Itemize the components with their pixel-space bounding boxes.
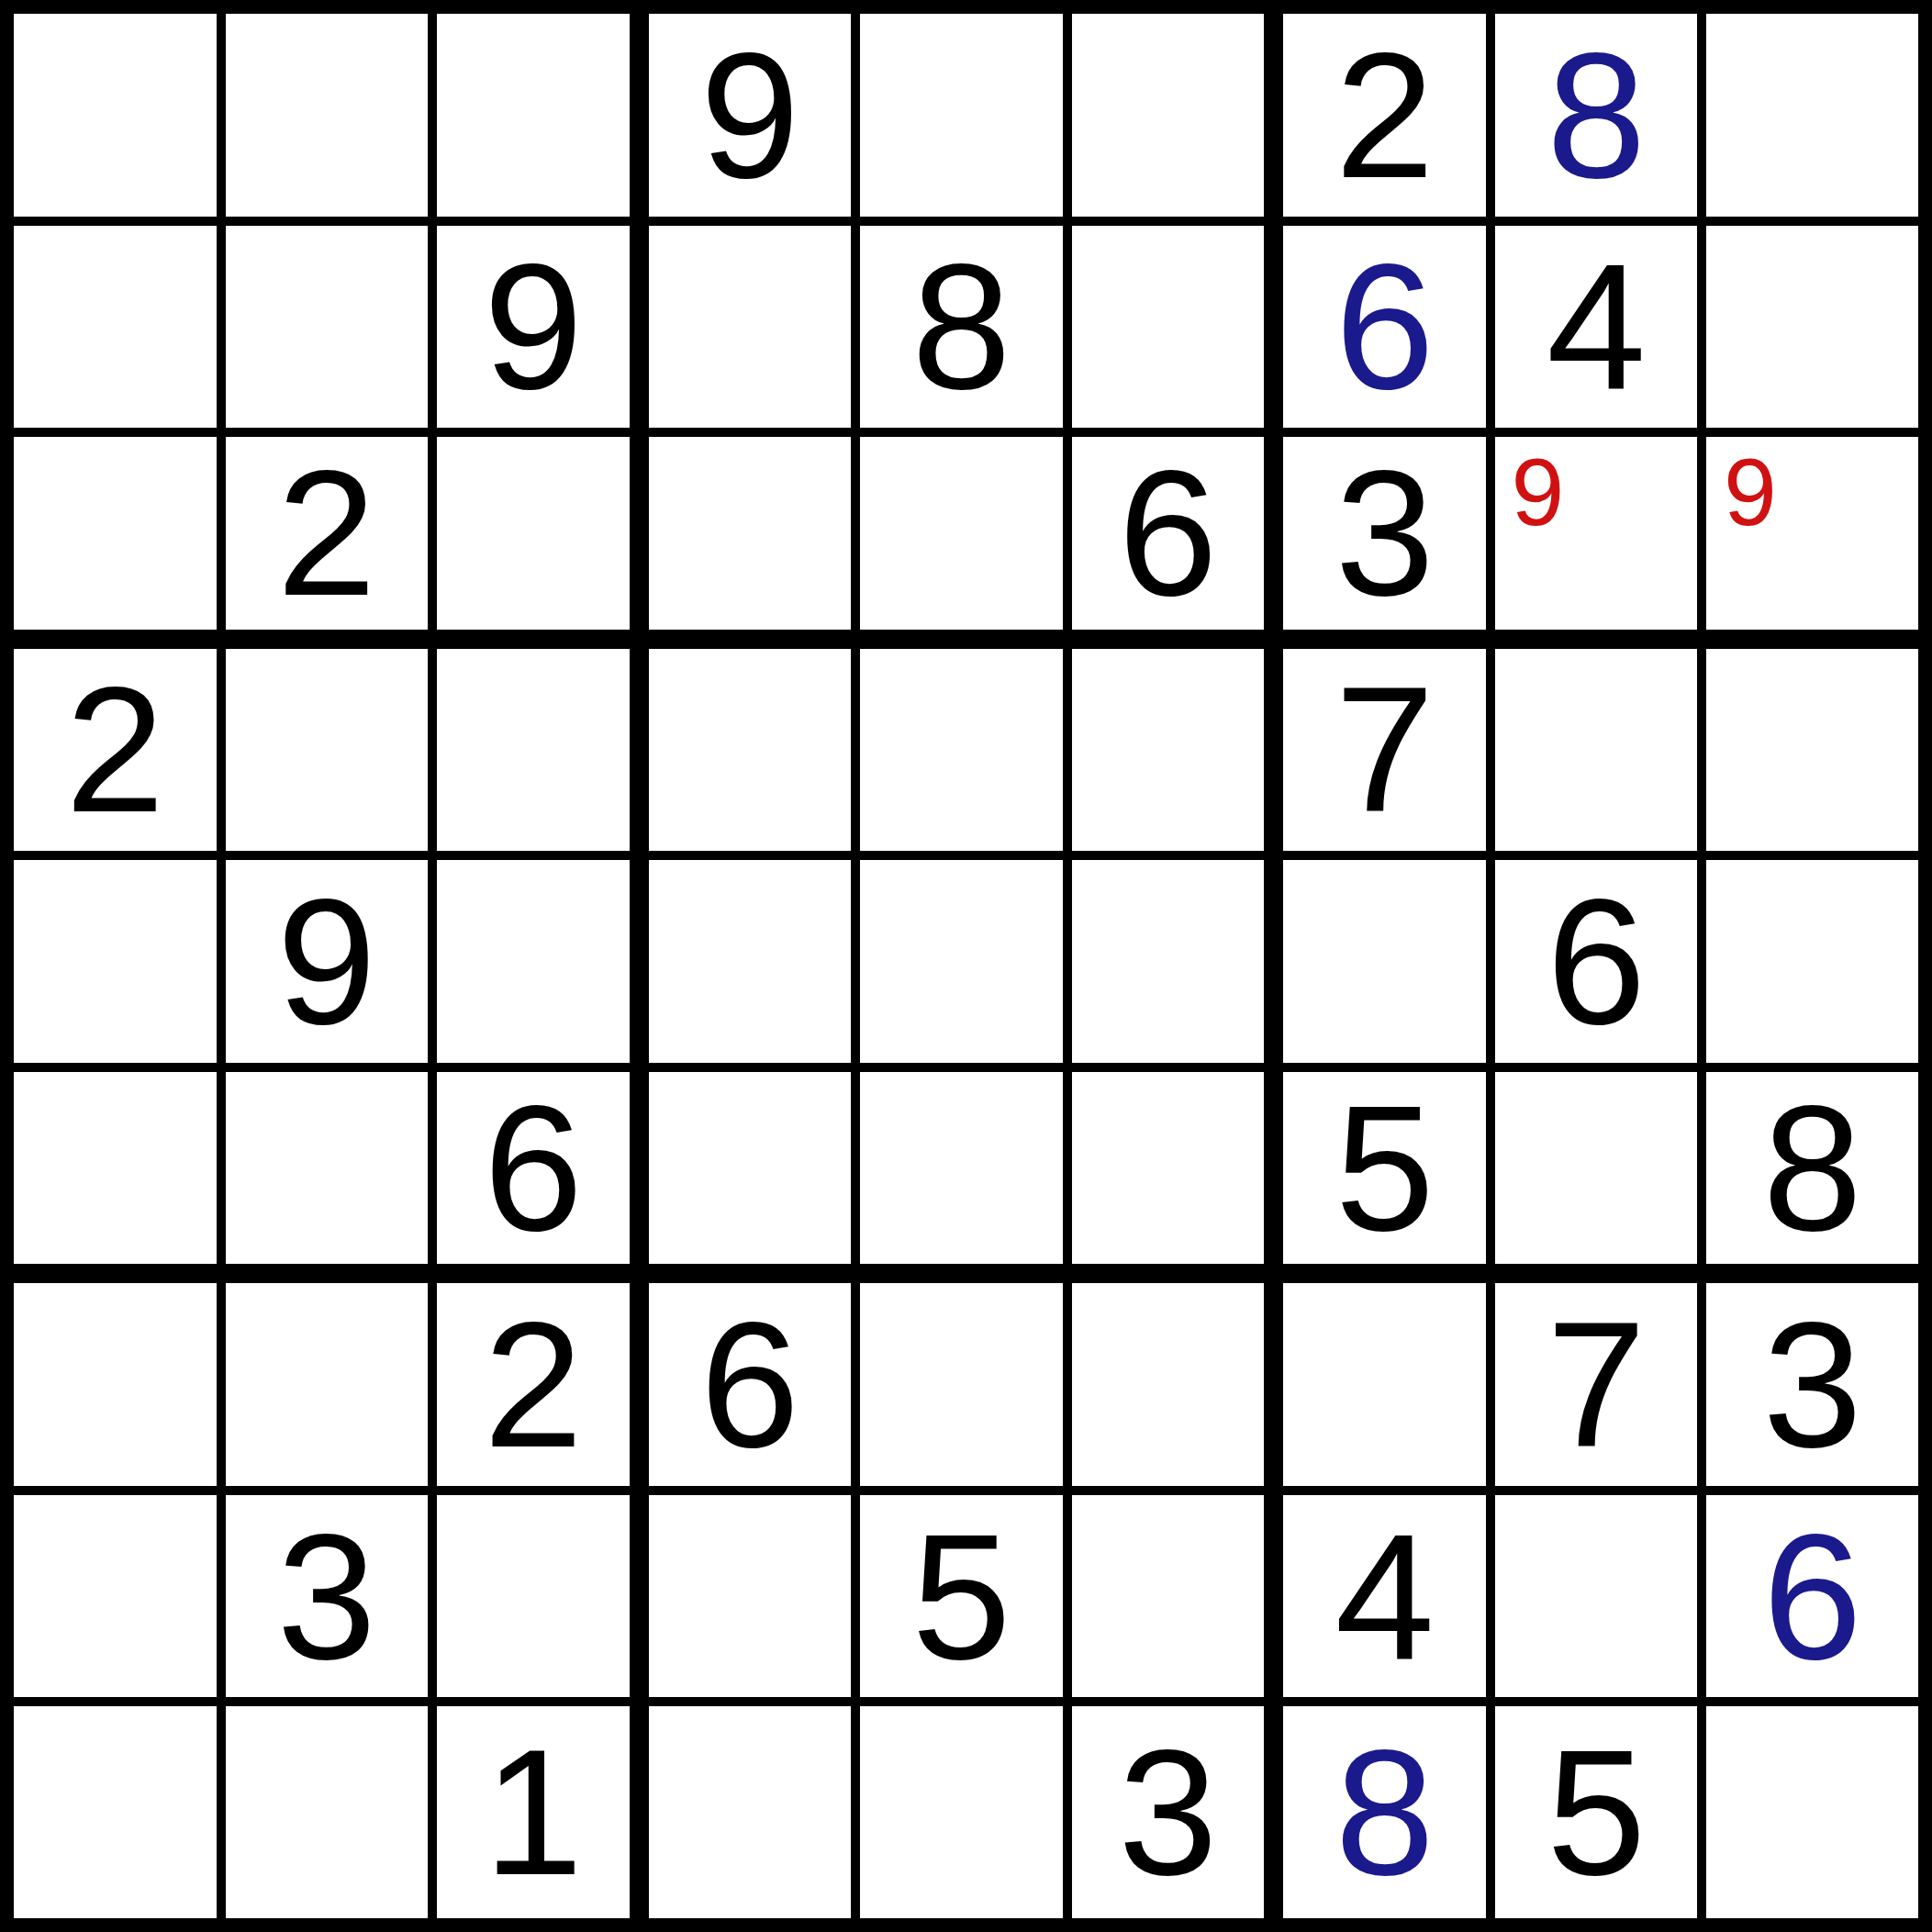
cell-r6c8[interactable]: [1495, 1072, 1707, 1284]
given-digit: 3: [1762, 1295, 1861, 1474]
given-digit: 3: [277, 1507, 376, 1686]
entered-digit: 8: [1547, 26, 1646, 205]
cell-r5c2[interactable]: 9: [226, 860, 438, 1072]
given-digit: 9: [277, 872, 376, 1051]
given-digit: 2: [65, 660, 164, 839]
cell-r3c2[interactable]: 2: [226, 437, 438, 649]
cell-r1c2[interactable]: [226, 14, 438, 226]
cell-r6c7[interactable]: 5: [1283, 1072, 1495, 1284]
cell-r7c6[interactable]: [1072, 1283, 1284, 1495]
cell-r8c6[interactable]: [1072, 1495, 1284, 1707]
cell-r1c7[interactable]: 2: [1283, 14, 1495, 226]
cell-r4c1[interactable]: 2: [14, 649, 226, 861]
given-digit: 2: [1335, 26, 1434, 205]
cell-r9c3[interactable]: 1: [437, 1706, 649, 1918]
cell-r6c6[interactable]: [1072, 1072, 1284, 1284]
cell-r9c8[interactable]: 5: [1495, 1706, 1707, 1918]
cell-r1c5[interactable]: [860, 14, 1072, 226]
cell-r4c8[interactable]: [1495, 649, 1707, 861]
cell-r7c4[interactable]: 6: [649, 1283, 861, 1495]
given-digit: 6: [484, 1078, 583, 1257]
sudoku-board: 9289864263992796658267335461385: [0, 0, 1932, 1932]
cell-r5c9[interactable]: [1706, 860, 1918, 1072]
pencil-mark-digit: 9: [1512, 444, 1565, 540]
cell-r6c5[interactable]: [860, 1072, 1072, 1284]
cell-r3c8[interactable]: 9: [1495, 437, 1707, 649]
cell-r2c3[interactable]: 9: [437, 226, 649, 438]
cell-r9c5[interactable]: [860, 1706, 1072, 1918]
cell-r4c2[interactable]: [226, 649, 438, 861]
cell-r4c5[interactable]: [860, 649, 1072, 861]
cell-r5c1[interactable]: [14, 860, 226, 1072]
cell-r7c2[interactable]: [226, 1283, 438, 1495]
cell-r8c4[interactable]: [649, 1495, 861, 1707]
given-digit: 8: [911, 237, 1011, 416]
cell-r2c9[interactable]: [1706, 226, 1918, 438]
cell-r3c5[interactable]: [860, 437, 1072, 649]
given-digit: 6: [700, 1295, 799, 1474]
cell-r6c3[interactable]: 6: [437, 1072, 649, 1284]
cell-r9c2[interactable]: [226, 1706, 438, 1918]
cell-r3c7[interactable]: 3: [1283, 437, 1495, 649]
entered-digit: 6: [1762, 1507, 1861, 1686]
given-digit: 5: [911, 1507, 1011, 1686]
cell-r4c4[interactable]: [649, 649, 861, 861]
cell-r2c1[interactable]: [14, 226, 226, 438]
given-digit: 5: [1335, 1078, 1434, 1257]
cell-r1c8[interactable]: 8: [1495, 14, 1707, 226]
entered-digit: 8: [1335, 1723, 1434, 1902]
given-digit: 3: [1118, 1723, 1217, 1902]
cell-r7c8[interactable]: 7: [1495, 1283, 1707, 1495]
cell-r5c8[interactable]: 6: [1495, 860, 1707, 1072]
cell-r5c3[interactable]: [437, 860, 649, 1072]
cell-r9c4[interactable]: [649, 1706, 861, 1918]
given-digit: 5: [1547, 1723, 1646, 1902]
cell-r9c7[interactable]: 8: [1283, 1706, 1495, 1918]
cell-r8c1[interactable]: [14, 1495, 226, 1707]
cell-r5c5[interactable]: [860, 860, 1072, 1072]
cell-r7c3[interactable]: 2: [437, 1283, 649, 1495]
cell-r8c2[interactable]: 3: [226, 1495, 438, 1707]
given-digit: 2: [277, 443, 376, 622]
cell-r4c9[interactable]: [1706, 649, 1918, 861]
cell-r5c4[interactable]: [649, 860, 861, 1072]
pencil-mark-digit: 9: [1724, 444, 1777, 540]
given-digit: 7: [1335, 660, 1434, 839]
cell-r4c7[interactable]: 7: [1283, 649, 1495, 861]
cell-r5c7[interactable]: [1283, 860, 1495, 1072]
cell-r3c9[interactable]: 9: [1706, 437, 1918, 649]
cell-r2c6[interactable]: [1072, 226, 1284, 438]
given-digit: 6: [1118, 443, 1217, 622]
cell-r8c9[interactable]: 6: [1706, 1495, 1918, 1707]
cell-r8c7[interactable]: 4: [1283, 1495, 1495, 1707]
cell-r3c6[interactable]: 6: [1072, 437, 1284, 649]
cell-r9c9[interactable]: [1706, 1706, 1918, 1918]
given-digit: 4: [1335, 1507, 1434, 1686]
cell-r8c8[interactable]: [1495, 1495, 1707, 1707]
cell-r8c3[interactable]: [437, 1495, 649, 1707]
given-digit: 9: [700, 26, 799, 205]
cell-r2c4[interactable]: [649, 226, 861, 438]
given-digit: 3: [1335, 443, 1434, 622]
cell-r7c5[interactable]: [860, 1283, 1072, 1495]
cell-r3c4[interactable]: [649, 437, 861, 649]
cell-r7c1[interactable]: [14, 1283, 226, 1495]
cell-r1c3[interactable]: [437, 14, 649, 226]
cell-r2c5[interactable]: 8: [860, 226, 1072, 438]
given-digit: 9: [484, 237, 583, 416]
given-digit: 8: [1762, 1078, 1861, 1257]
cell-r6c9[interactable]: 8: [1706, 1072, 1918, 1284]
cell-r6c4[interactable]: [649, 1072, 861, 1284]
cell-r4c3[interactable]: [437, 649, 649, 861]
given-digit: 4: [1547, 237, 1646, 416]
entered-digit: 6: [1335, 237, 1434, 416]
cell-r1c9[interactable]: [1706, 14, 1918, 226]
cell-r1c4[interactable]: 9: [649, 14, 861, 226]
cell-r7c7[interactable]: [1283, 1283, 1495, 1495]
cell-r5c6[interactable]: [1072, 860, 1284, 1072]
cell-r2c8[interactable]: 4: [1495, 226, 1707, 438]
given-digit: 2: [484, 1295, 583, 1474]
cell-r2c2[interactable]: [226, 226, 438, 438]
cell-r7c9[interactable]: 3: [1706, 1283, 1918, 1495]
cell-r6c2[interactable]: [226, 1072, 438, 1284]
given-digit: 1: [484, 1723, 583, 1902]
cell-r9c1[interactable]: [14, 1706, 226, 1918]
cell-r8c5[interactable]: 5: [860, 1495, 1072, 1707]
cell-r4c6[interactable]: [1072, 649, 1284, 861]
cell-r3c1[interactable]: [14, 437, 226, 649]
given-digit: 7: [1547, 1295, 1646, 1474]
cell-r6c1[interactable]: [14, 1072, 226, 1284]
cell-r3c3[interactable]: [437, 437, 649, 649]
given-digit: 6: [1547, 872, 1646, 1051]
cell-r1c1[interactable]: [14, 14, 226, 226]
cell-r2c7[interactable]: 6: [1283, 226, 1495, 438]
cell-r1c6[interactable]: [1072, 14, 1284, 226]
cell-r9c6[interactable]: 3: [1072, 1706, 1284, 1918]
